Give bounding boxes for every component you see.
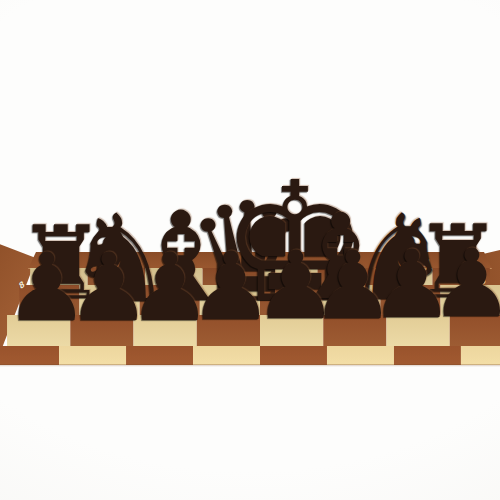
chess-set-photo: 87H8 ♜♞♝♛♚♝♞♜♟♟♟♟♟♟♟♟ [0, 0, 500, 500]
square-e5 [260, 346, 327, 365]
square-h5 [461, 346, 500, 365]
square-c5 [126, 346, 193, 365]
square-b5 [59, 346, 126, 365]
square-d5 [193, 346, 260, 365]
rank-row-5 [0, 346, 500, 365]
square-a5 [0, 346, 59, 365]
square-g5 [394, 346, 461, 365]
square-f5 [327, 346, 394, 365]
black-pawn-h7: ♟ [430, 237, 500, 331]
board-front-edge [0, 364, 500, 367]
